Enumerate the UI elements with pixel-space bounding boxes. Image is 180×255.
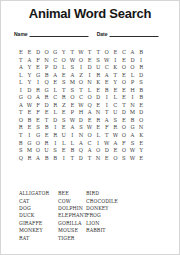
word-list-item: CROCODILE [86,197,169,204]
grid-cell: I [17,86,26,94]
grid-cell: B [137,86,146,94]
grid-cell: R [111,123,120,131]
grid-cell: O [120,123,129,131]
grid-cell: I [51,139,60,147]
grid-cell: R [25,154,34,162]
grid-cell: F [34,108,43,116]
grid-cell: C [77,93,86,101]
grid-cell: B [137,48,146,56]
grid-cell: Q [77,146,86,154]
word-list-column: BEECOWDOLPHINELEPHANTGORILLAMOUSETIGER [58,190,86,242]
grid-cell: D [51,63,60,71]
grid-cell: T [17,108,26,116]
grid-cell: E [59,71,68,79]
grid-cell: C [120,48,129,56]
grid-cell: E [102,154,111,162]
grid-cell: L [59,63,68,71]
grid-cell: N [94,108,103,116]
grid-cell: G [128,123,137,131]
grid-cell: B [42,123,51,131]
grid-cell: D [42,101,51,109]
grid-cell: N [77,131,86,139]
grid-cell: L [128,71,137,79]
grid-cell: O [128,63,137,71]
grid-cell: G [51,48,60,56]
grid-cell: R [51,131,60,139]
grid-cell: G [34,131,43,139]
grid-cell: O [120,146,129,154]
word-list-item: GORILLA [58,220,86,227]
grid-cell: I [102,93,111,101]
grid-cell: N [94,154,103,162]
grid-cell: S [77,123,86,131]
grid-cell: D [137,108,146,116]
grid-cell: A [51,71,60,79]
grid-cell: U [59,131,68,139]
grid-cell: O [120,78,129,86]
grid-cell: O [77,56,86,64]
grid-cell: F [102,123,111,131]
word-list-item: ALLIGATOR [19,190,58,197]
grid-cell: E [25,48,34,56]
grid-cell: A [17,63,26,71]
grid-cell: T [77,86,86,94]
grid-cell: I [68,131,77,139]
grid-cell: W [77,48,86,56]
grid-cell: Y [137,146,146,154]
grid-cell: W [128,154,137,162]
grid-cell: S [68,63,77,71]
grid-cell: P [68,108,77,116]
word-list-item: GIRAFFE [19,220,58,227]
grid-cell: I [128,93,137,101]
grid-cell: W [102,56,111,64]
grid-cell: T [42,116,51,124]
letter-grid: EEDOGYTWTTOECABTAFNCOWOESWIEDIAYEPDLSIDU… [17,48,146,161]
grid-cell: I [137,56,146,64]
grid-cell: H [128,86,137,94]
grid-cell: T [68,48,77,56]
word-list-item: RABBIT [86,227,169,234]
grid-cell: C [51,56,60,64]
word-list-item: MONKEY [19,227,58,234]
grid-cell: H [77,108,86,116]
grid-cell: R [94,116,103,124]
word-list-item: ELEPHANT [58,212,86,219]
grid-cell: R [94,71,103,79]
grid-cell: E [137,101,146,109]
grid-cell: S [111,116,120,124]
grid-cell: E [25,108,34,116]
grid-cell: U [94,63,103,71]
grid-cell: A [102,116,111,124]
grid-cell: C [85,139,94,147]
word-list-column: ALLIGATORCATDOGDUCKGIRAFFEMONKEYRAT [19,190,58,242]
grid-cell: Y [25,78,34,86]
word-list-item: TIGER [58,234,86,241]
grid-cell: O [25,93,34,101]
grid-cell: B [25,116,34,124]
grid-cell: S [120,154,129,162]
grid-cell: D [85,63,94,71]
grid-cell: S [17,146,26,154]
grid-cell: D [102,146,111,154]
grid-cell: Q [42,78,51,86]
grid-cell: G [42,86,51,94]
grid-cell: R [137,63,146,71]
grid-cell: Y [25,63,34,71]
grid-cell: D [77,116,86,124]
grid-cell: E [111,48,120,56]
grid-cell: E [42,108,51,116]
grid-cell: L [51,86,60,94]
name-label: Name [14,32,28,38]
grid-cell: L [68,139,77,147]
grid-cell: Q [85,101,94,109]
grid-cell: Z [77,71,86,79]
grid-cell: T [17,56,26,64]
grid-cell: B [42,154,51,162]
grid-cell: O [111,154,120,162]
grid-cell: E [85,56,94,64]
grid-cell: A [34,93,43,101]
grid-cell: I [94,139,103,147]
grid-cell: R [17,123,26,131]
grid-cell: I [102,101,111,109]
grid-cell: B [137,93,146,101]
grid-cell: E [17,48,26,56]
grid-cell: W [85,123,94,131]
grid-cell: P [128,78,137,86]
grid-cell: O [85,131,94,139]
grid-cell: N [85,78,94,86]
word-list-item: RAT [19,234,58,241]
grid-cell: E [94,101,103,109]
grid-cell: T [94,48,103,56]
grid-cell: U [42,146,51,154]
grid-cell: B [51,154,60,162]
grid-cell: O [42,48,51,56]
name-blank-line [30,31,89,37]
grid-cell: R [59,93,68,101]
grid-cell: R [34,86,43,94]
grid-cell: A [77,139,86,147]
grid-cell: A [34,154,43,162]
grid-cell: Q [17,154,26,162]
grid-cell: G [25,139,34,147]
grid-cell: A [68,123,77,131]
grid-cell: L [94,131,103,139]
grid-cell: B [68,146,77,154]
grid-cell: O [59,56,68,64]
grid-cell: L [111,93,120,101]
grid-cell: D [120,108,129,116]
grid-cell: F [34,101,43,109]
word-list-item: DUCK [19,212,58,219]
grid-cell: F [120,139,129,147]
grid-cell: Y [59,48,68,56]
grid-cell: T [102,108,111,116]
grid-cell: T [120,101,129,109]
grid-cell: D [25,86,34,94]
worksheet-page: Animal Word Search Name Date EEDOGYTWTTO… [0,0,180,255]
grid-cell: O [77,78,86,86]
grid-cell: I [85,71,94,79]
word-list-column: BIRDCROCODILEDONKEYFROGLIONRABBIT [86,190,169,242]
grid-cell: R [42,93,51,101]
grid-cell: T [68,154,77,162]
word-list-item: CAT [19,197,58,204]
grid-cell: T [102,131,111,139]
grid-cell: W [68,56,77,64]
date-blank-line [109,31,158,37]
grid-cell: E [120,56,129,64]
grid-cell: I [59,154,68,162]
grid-cell: O [94,146,103,154]
grid-cell: A [25,56,34,64]
grid-cell: O [120,63,129,71]
date-label: Date [97,32,108,38]
grid-cell: A [128,48,137,56]
name-date-row: Name Date [14,31,159,37]
grid-cell: Y [25,71,34,79]
grid-cell: A [128,131,137,139]
grid-cell: T [17,131,26,139]
grid-cell: W [111,131,120,139]
grid-cell: R [51,101,60,109]
grid-cell: E [111,86,120,94]
grid-cell: O [17,116,26,124]
word-list-item: COW [58,197,86,204]
word-list-item: DONKEY [86,205,169,212]
grid-cell: D [51,116,60,124]
grid-cell: A [17,101,26,109]
grid-cell: I [25,131,34,139]
grid-cell: O [137,116,146,124]
grid-cell: B [128,116,137,124]
grid-cell: D [94,93,103,101]
grid-cell: E [94,86,103,94]
word-list-item: MOUSE [58,227,86,234]
grid-cell: E [25,123,34,131]
grid-cell: M [68,78,77,86]
grid-cell: W [77,101,86,109]
grid-cell: O [34,146,43,154]
grid-cell: U [111,108,120,116]
grid-cell: G [17,93,26,101]
word-list-item: BEE [58,190,86,197]
grid-cell: S [59,116,68,124]
grid-cell: D [77,154,86,162]
grid-cell: W [68,116,77,124]
word-list-item: DOLPHIN [58,205,86,212]
grid-cell: E [59,108,68,116]
grid-cell: T [85,154,94,162]
page-title: Animal Word Search [1,6,179,22]
grid-cell: S [34,123,43,131]
grid-cell: B [102,86,111,94]
grid-cell: S [137,78,146,86]
word-list-item: BIRD [86,190,169,197]
grid-cell: E [120,86,129,94]
grid-cell: A [85,108,94,116]
grid-cell: T [111,71,120,79]
grid-cell: M [128,108,137,116]
grid-cell: O [102,48,111,56]
grid-cell: Y [111,78,120,86]
grid-cell: W [102,139,111,147]
grid-cell: N [42,56,51,64]
grid-cell: K [111,63,120,71]
grid-cell: E [137,154,146,162]
grid-cell: E [42,131,51,139]
word-list: ALLIGATORCATDOGDUCKGIRAFFEMONKEYRATBEECO… [19,190,169,242]
grid-cell: S [68,86,77,94]
grid-cell: F [34,56,43,64]
grid-cell: E [34,63,43,71]
word-list-item: FROG [86,212,169,219]
grid-cell: I [111,56,120,64]
grid-cell: E [111,146,120,154]
grid-cell: B [42,71,51,79]
grid-cell: E [102,78,111,86]
grid-cell: R [42,139,51,147]
grid-cell: O [34,139,43,147]
word-list-item: LION [86,220,169,227]
grid-cell: E [59,146,68,154]
grid-cell: O [120,131,129,139]
grid-cell: N [137,123,146,131]
grid-cell: S [59,78,68,86]
grid-cell: K [137,131,146,139]
grid-cell: C [111,101,120,109]
grid-cell: A [85,146,94,154]
grid-cell: E [120,116,129,124]
grid-cell: O [68,93,77,101]
grid-cell: S [94,56,103,64]
grid-cell: B [17,139,26,147]
grid-cell: L [85,86,94,94]
grid-cell: L [59,139,68,147]
grid-cell: D [128,56,137,64]
grid-cell: I [51,123,60,131]
grid-cell: E [120,71,129,79]
grid-cell: N [128,101,137,109]
grid-cell: C [51,93,60,101]
grid-cell: M [25,146,34,154]
grid-cell: E [51,78,60,86]
grid-cell: I [34,78,43,86]
grid-cell: L [17,78,26,86]
grid-cell: A [111,139,120,147]
grid-cell: E [68,101,77,109]
word-list-item: DOG [19,205,58,212]
grid-cell: T [85,48,94,56]
grid-cell: O [85,93,94,101]
grid-cell: S [51,146,60,154]
grid-cell: L [51,108,60,116]
grid-cell: A [102,71,111,79]
grid-cell: A [68,71,77,79]
grid-cell: D [137,71,146,79]
grid-cell: I [77,63,86,71]
grid-cell: W [25,101,34,109]
grid-cell: T [59,86,68,94]
grid-cell: E [34,116,43,124]
grid-cell: E [94,123,103,131]
grid-cell: E [137,139,146,147]
grid-cell: K [94,78,103,86]
grid-cell: P [42,63,51,71]
grid-cell: G [34,71,43,79]
grid-cell: D [34,48,43,56]
grid-cell: L [17,71,26,79]
grid-cell: S [128,139,137,147]
grid-cell: E [120,93,129,101]
grid-cell: W [128,146,137,154]
grid-cell: Z [59,101,68,109]
grid-cell: E [59,123,68,131]
grid-cell: C [102,63,111,71]
grid-cell: E [85,116,94,124]
